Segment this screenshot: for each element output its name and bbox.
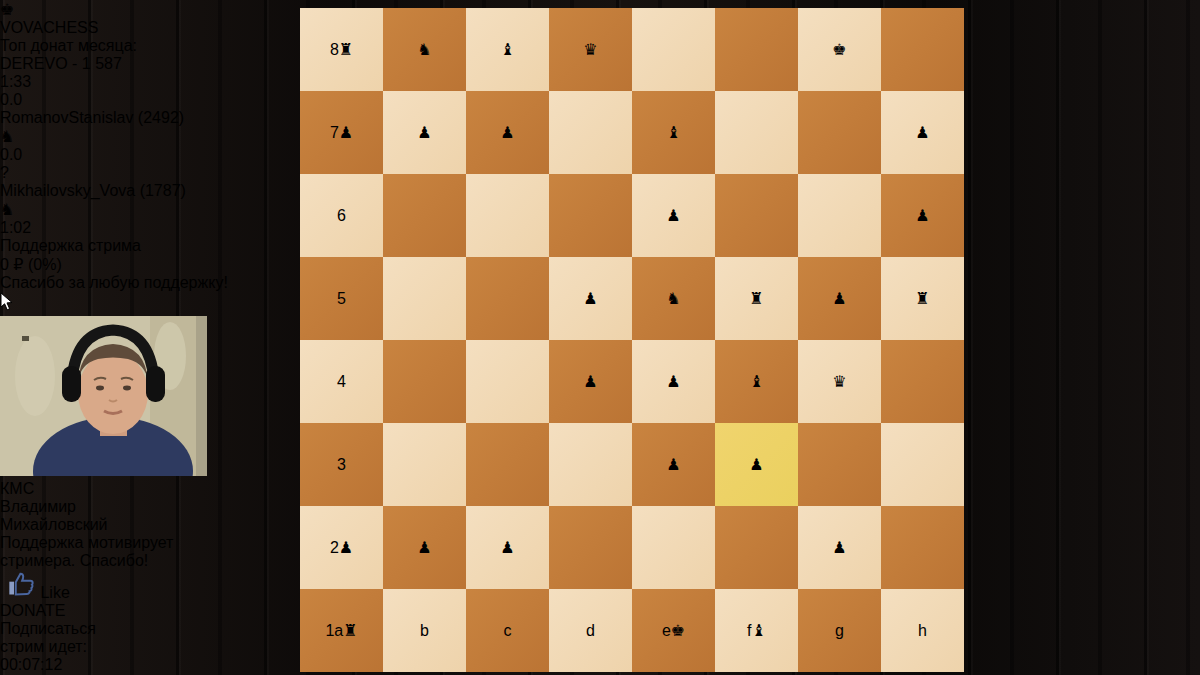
piece-black-king[interactable]: ♚: [832, 40, 846, 59]
square-f5[interactable]: ♜: [715, 257, 798, 340]
square-f4[interactable]: ♝: [715, 340, 798, 423]
square-c7[interactable]: ♟: [466, 91, 549, 174]
square-d2[interactable]: [549, 506, 632, 589]
square-c3[interactable]: [466, 423, 549, 506]
square-e3[interactable]: ♟: [632, 423, 715, 506]
square-f8[interactable]: [715, 8, 798, 91]
square-e5[interactable]: ♞: [632, 257, 715, 340]
file-label-e: e: [662, 622, 671, 640]
square-b5[interactable]: [383, 257, 466, 340]
square-b4[interactable]: [383, 340, 466, 423]
square-h7[interactable]: ♟: [881, 91, 964, 174]
file-label-a: a: [334, 622, 343, 640]
file-label-g: g: [835, 622, 844, 640]
white-player-rating: (1787): [140, 182, 186, 199]
square-g7[interactable]: [798, 91, 881, 174]
piece-white-rook[interactable]: ♜: [915, 289, 929, 308]
piece-white-pawn[interactable]: ♟: [749, 455, 763, 474]
square-b1[interactable]: b: [383, 589, 466, 672]
square-c4[interactable]: [466, 340, 549, 423]
square-d7[interactable]: [549, 91, 632, 174]
square-c8[interactable]: ♝: [466, 8, 549, 91]
square-b7[interactable]: ♟: [383, 91, 466, 174]
square-h6[interactable]: ♟: [881, 174, 964, 257]
square-a7[interactable]: 7♟: [300, 91, 383, 174]
square-d3[interactable]: [549, 423, 632, 506]
piece-black-pawn[interactable]: ♟: [500, 123, 514, 142]
square-f7[interactable]: [715, 91, 798, 174]
square-e1[interactable]: e♚: [632, 589, 715, 672]
piece-black-pawn[interactable]: ♟: [666, 206, 680, 225]
file-label-d: d: [586, 622, 595, 640]
chess-board[interactable]: 8♜♞♝♛♚7♟♟♟♝♟6♟♟5♟♞♜♟♜4♟♟♝♛3♟♟2♟♟♟♟1a♜bcd…: [300, 8, 964, 672]
square-f2[interactable]: [715, 506, 798, 589]
square-h8[interactable]: [881, 8, 964, 91]
piece-black-pawn[interactable]: ♟: [417, 123, 431, 142]
piece-black-pawn[interactable]: ♟: [666, 372, 680, 391]
piece-white-rook[interactable]: ♜: [343, 621, 357, 640]
rank-label-5: 5: [337, 290, 346, 308]
square-e6[interactable]: ♟: [632, 174, 715, 257]
like-label: Like: [40, 584, 69, 601]
piece-white-queen[interactable]: ♛: [832, 372, 846, 391]
square-h1[interactable]: h: [881, 589, 964, 672]
square-e7[interactable]: ♝: [632, 91, 715, 174]
headphone-cup-left: [62, 366, 81, 402]
piece-white-knight[interactable]: ♞: [666, 289, 680, 308]
square-e4[interactable]: ♟: [632, 340, 715, 423]
donate-label: DONATE: [0, 602, 65, 619]
file-label-b: b: [420, 622, 429, 640]
streamer-head: [78, 352, 148, 434]
rank-label-3: 3: [337, 456, 346, 474]
piece-black-knight[interactable]: ♞: [417, 40, 431, 59]
square-f1[interactable]: f♝: [715, 589, 798, 672]
square-g2[interactable]: ♟: [798, 506, 881, 589]
square-d5[interactable]: ♟: [549, 257, 632, 340]
white-player-name: Mikhailovsky_Vova: [0, 182, 135, 199]
piece-white-pawn[interactable]: ♟: [666, 455, 680, 474]
subscribe-label: Подписаться: [0, 620, 96, 637]
piece-black-bishop[interactable]: ♝: [666, 123, 680, 142]
black-player-name: RomanovStanislav: [0, 109, 133, 126]
piece-black-rook[interactable]: ♜: [339, 40, 353, 59]
square-f3[interactable]: ♟: [715, 423, 798, 506]
file-label-c: c: [504, 622, 512, 640]
piece-white-bishop[interactable]: ♝: [749, 372, 763, 391]
file-label-h: h: [918, 622, 927, 640]
square-h3[interactable]: [881, 423, 964, 506]
piece-white-pawn[interactable]: ♟: [339, 538, 353, 557]
piece-white-pawn[interactable]: ♟: [915, 206, 929, 225]
square-d4[interactable]: ♟: [549, 340, 632, 423]
piece-white-pawn[interactable]: ♟: [832, 538, 846, 557]
square-g4[interactable]: ♛: [798, 340, 881, 423]
piece-white-pawn[interactable]: ♟: [500, 538, 514, 557]
square-d6[interactable]: [549, 174, 632, 257]
square-a6[interactable]: 6: [300, 174, 383, 257]
square-g5[interactable]: ♟: [798, 257, 881, 340]
square-a2[interactable]: 2♟: [300, 506, 383, 589]
square-a4[interactable]: 4: [300, 340, 383, 423]
headphone-cup-right: [146, 366, 165, 402]
piece-white-bishop[interactable]: ♝: [752, 621, 766, 640]
mouse-cursor: [0, 292, 14, 312]
thumbs-up-icon: [6, 570, 36, 598]
rank-label-4: 4: [337, 373, 346, 391]
square-b2[interactable]: ♟: [383, 506, 466, 589]
square-a8[interactable]: 8♜: [300, 8, 383, 91]
piece-black-pawn[interactable]: ♟: [832, 289, 846, 308]
square-e2[interactable]: [632, 506, 715, 589]
stream-overlay: ♚ VOVACHESS Топ донат месяца: DEREVO - 1…: [0, 0, 1200, 675]
square-b3[interactable]: [383, 423, 466, 506]
piece-black-pawn[interactable]: ♟: [583, 289, 597, 308]
square-d8[interactable]: ♛: [549, 8, 632, 91]
square-h4[interactable]: [881, 340, 964, 423]
square-f6[interactable]: [715, 174, 798, 257]
rank-label-2: 2: [330, 539, 339, 557]
square-e8[interactable]: [632, 8, 715, 91]
square-c6[interactable]: [466, 174, 549, 257]
rank-label-6: 6: [337, 207, 346, 225]
square-d1[interactable]: d: [549, 589, 632, 672]
rank-label-7: 7: [330, 124, 339, 142]
square-g1[interactable]: g: [798, 589, 881, 672]
square-h2[interactable]: [881, 506, 964, 589]
black-player-rating: (2492): [138, 109, 184, 126]
piece-white-king[interactable]: ♚: [671, 621, 685, 640]
piece-black-rook[interactable]: ♜: [749, 289, 763, 308]
square-b6[interactable]: [383, 174, 466, 257]
piece-white-pawn[interactable]: ♟: [583, 372, 597, 391]
square-g3[interactable]: [798, 423, 881, 506]
square-a1[interactable]: 1a♜: [300, 589, 383, 672]
square-c5[interactable]: [466, 257, 549, 340]
piece-black-pawn[interactable]: ♟: [915, 123, 929, 142]
square-g8[interactable]: ♚: [798, 8, 881, 91]
square-a3[interactable]: 3: [300, 423, 383, 506]
rank-label-8: 8: [330, 41, 339, 59]
square-h5[interactable]: ♜: [881, 257, 964, 340]
square-a5[interactable]: 5: [300, 257, 383, 340]
square-g6[interactable]: [798, 174, 881, 257]
rank-label-1: 1: [325, 622, 334, 640]
square-b8[interactable]: ♞: [383, 8, 466, 91]
piece-black-queen[interactable]: ♛: [583, 40, 597, 59]
square-c1[interactable]: c: [466, 589, 549, 672]
piece-black-pawn[interactable]: ♟: [339, 123, 353, 142]
square-c2[interactable]: ♟: [466, 506, 549, 589]
piece-black-bishop[interactable]: ♝: [500, 40, 514, 59]
piece-white-pawn[interactable]: ♟: [417, 538, 431, 557]
